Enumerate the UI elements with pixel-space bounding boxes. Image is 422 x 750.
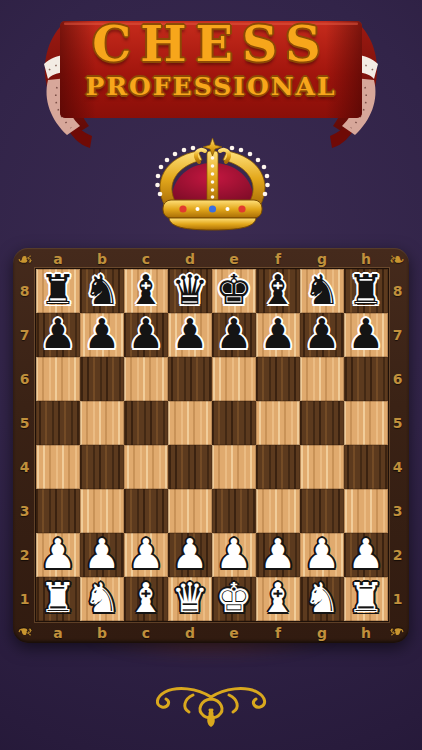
coord-label-6: 6 (386, 357, 409, 401)
coord-label-3: 3 (13, 489, 36, 533)
square-e4[interactable] (212, 445, 256, 489)
piece-black-pawn-b7[interactable]: ♟ (84, 314, 121, 355)
square-f3[interactable] (256, 489, 300, 533)
bottom-flourish-icon (149, 684, 273, 728)
banner-subtitle: PROFESSIONAL (37, 74, 385, 99)
piece-black-rook-a8[interactable]: ♜ (40, 270, 77, 311)
square-c2[interactable]: ♟ (124, 533, 168, 577)
square-a6[interactable] (36, 357, 80, 401)
corner-flourish-icon: ❧ (389, 622, 405, 641)
rank-labels-left: 87654321 (13, 269, 36, 621)
squares-grid: ♜♞♝♛♚♝♞♜♟♟♟♟♟♟♟♟♟♟♟♟♟♟♟♟♜♞♝♛♚♝♞♜ (36, 269, 388, 621)
square-b7[interactable]: ♟ (80, 313, 124, 357)
piece-white-pawn-f2[interactable]: ♟ (260, 534, 297, 575)
square-e7[interactable]: ♟ (212, 313, 256, 357)
corner-flourish-icon: ❧ (17, 250, 33, 269)
piece-white-rook-a1[interactable]: ♜ (40, 578, 77, 619)
square-c3[interactable] (124, 489, 168, 533)
piece-black-pawn-g7[interactable]: ♟ (304, 314, 341, 355)
square-d8[interactable]: ♛ (168, 269, 212, 313)
square-f1[interactable]: ♝ (256, 577, 300, 621)
banner-title: CHESS (37, 20, 385, 69)
coord-label-h: h (344, 622, 388, 643)
square-e8[interactable]: ♚ (212, 269, 256, 313)
square-h7[interactable]: ♟ (344, 313, 388, 357)
square-c5[interactable] (124, 401, 168, 445)
coord-label-8: 8 (13, 269, 36, 313)
coord-label-5: 5 (386, 401, 409, 445)
coord-label-b: b (80, 622, 124, 643)
square-g4[interactable] (300, 445, 344, 489)
piece-black-pawn-f7[interactable]: ♟ (260, 314, 297, 355)
square-d3[interactable] (168, 489, 212, 533)
rank-labels-right: 87654321 (386, 269, 409, 621)
piece-black-pawn-d7[interactable]: ♟ (172, 314, 209, 355)
piece-white-bishop-f1[interactable]: ♝ (260, 578, 297, 619)
coord-label-6: 6 (13, 357, 36, 401)
square-a1[interactable]: ♜ (36, 577, 80, 621)
piece-white-knight-b1[interactable]: ♞ (84, 578, 121, 619)
coord-label-1: 1 (13, 577, 36, 621)
square-f2[interactable]: ♟ (256, 533, 300, 577)
coord-label-e: e (212, 622, 256, 643)
square-d5[interactable] (168, 401, 212, 445)
coord-label-a: a (36, 622, 80, 643)
coord-label-4: 4 (386, 445, 409, 489)
square-b8[interactable]: ♞ (80, 269, 124, 313)
square-a8[interactable]: ♜ (36, 269, 80, 313)
piece-black-knight-b8[interactable]: ♞ (84, 270, 121, 311)
square-c4[interactable] (124, 445, 168, 489)
square-a2[interactable]: ♟ (36, 533, 80, 577)
square-d6[interactable] (168, 357, 212, 401)
square-f6[interactable] (256, 357, 300, 401)
piece-white-pawn-b2[interactable]: ♟ (84, 534, 121, 575)
square-b3[interactable] (80, 489, 124, 533)
square-d2[interactable]: ♟ (168, 533, 212, 577)
square-d4[interactable] (168, 445, 212, 489)
square-g5[interactable] (300, 401, 344, 445)
corner-flourish-icon: ❧ (17, 622, 33, 641)
coord-label-7: 7 (13, 313, 36, 357)
square-b2[interactable]: ♟ (80, 533, 124, 577)
crown-icon (149, 138, 276, 233)
coord-label-2: 2 (386, 533, 409, 577)
square-g6[interactable] (300, 357, 344, 401)
coord-label-8: 8 (386, 269, 409, 313)
square-e6[interactable] (212, 357, 256, 401)
chess-board: abcdefgh 87654321 87654321 abcdefgh ❧ ❧ … (13, 248, 409, 643)
piece-black-pawn-a7[interactable]: ♟ (40, 314, 77, 355)
square-e1[interactable]: ♚ (212, 577, 256, 621)
piece-black-queen-d8[interactable]: ♛ (172, 270, 209, 311)
piece-white-pawn-d2[interactable]: ♟ (172, 534, 209, 575)
square-f7[interactable]: ♟ (256, 313, 300, 357)
square-c7[interactable]: ♟ (124, 313, 168, 357)
piece-white-pawn-a2[interactable]: ♟ (40, 534, 77, 575)
piece-black-bishop-c8[interactable]: ♝ (128, 270, 165, 311)
file-labels-bottom: abcdefgh (36, 622, 388, 643)
square-g7[interactable]: ♟ (300, 313, 344, 357)
coord-label-1: 1 (386, 577, 409, 621)
square-g8[interactable]: ♞ (300, 269, 344, 313)
piece-black-pawn-c7[interactable]: ♟ (128, 314, 165, 355)
square-a3[interactable] (36, 489, 80, 533)
square-g3[interactable] (300, 489, 344, 533)
coord-label-f: f (256, 622, 300, 643)
square-d1[interactable]: ♛ (168, 577, 212, 621)
piece-white-king-e1[interactable]: ♚ (216, 578, 253, 619)
square-a7[interactable]: ♟ (36, 313, 80, 357)
coord-label-2: 2 (13, 533, 36, 577)
coord-label-d: d (168, 622, 212, 643)
square-e3[interactable] (212, 489, 256, 533)
square-e5[interactable] (212, 401, 256, 445)
square-h1[interactable]: ♜ (344, 577, 388, 621)
piece-black-bishop-f8[interactable]: ♝ (260, 270, 297, 311)
square-c6[interactable] (124, 357, 168, 401)
square-b1[interactable]: ♞ (80, 577, 124, 621)
square-b6[interactable] (80, 357, 124, 401)
piece-white-bishop-c1[interactable]: ♝ (128, 578, 165, 619)
piece-black-king-e8[interactable]: ♚ (216, 270, 253, 311)
ribbon-banner: CHESS PROFESSIONAL (37, 8, 385, 150)
square-d7[interactable]: ♟ (168, 313, 212, 357)
square-a4[interactable] (36, 445, 80, 489)
square-h8[interactable]: ♜ (344, 269, 388, 313)
piece-black-knight-g8[interactable]: ♞ (304, 270, 341, 311)
piece-white-queen-d1[interactable]: ♛ (172, 578, 209, 619)
coord-label-7: 7 (386, 313, 409, 357)
square-e2[interactable]: ♟ (212, 533, 256, 577)
square-h2[interactable]: ♟ (344, 533, 388, 577)
coord-label-3: 3 (386, 489, 409, 533)
square-b4[interactable] (80, 445, 124, 489)
piece-white-knight-g1[interactable]: ♞ (304, 578, 341, 619)
square-h4[interactable] (344, 445, 388, 489)
square-g2[interactable]: ♟ (300, 533, 344, 577)
piece-white-pawn-h2[interactable]: ♟ (348, 534, 385, 575)
piece-white-pawn-c2[interactable]: ♟ (128, 534, 165, 575)
piece-white-pawn-g2[interactable]: ♟ (304, 534, 341, 575)
square-g1[interactable]: ♞ (300, 577, 344, 621)
coord-label-5: 5 (13, 401, 36, 445)
square-h6[interactable] (344, 357, 388, 401)
coord-label-c: c (124, 622, 168, 643)
square-h5[interactable] (344, 401, 388, 445)
coord-label-g: g (300, 622, 344, 643)
piece-black-pawn-h7[interactable]: ♟ (348, 314, 385, 355)
piece-white-rook-h1[interactable]: ♜ (348, 578, 385, 619)
piece-black-pawn-e7[interactable]: ♟ (216, 314, 253, 355)
square-b5[interactable] (80, 401, 124, 445)
square-f4[interactable] (256, 445, 300, 489)
piece-white-pawn-e2[interactable]: ♟ (216, 534, 253, 575)
square-c1[interactable]: ♝ (124, 577, 168, 621)
square-h3[interactable] (344, 489, 388, 533)
app-screen: CHESS PROFESSIONAL (0, 0, 422, 750)
square-c8[interactable]: ♝ (124, 269, 168, 313)
corner-flourish-icon: ❧ (389, 250, 405, 269)
square-f5[interactable] (256, 401, 300, 445)
square-a5[interactable] (36, 401, 80, 445)
coord-label-4: 4 (13, 445, 36, 489)
piece-black-rook-h8[interactable]: ♜ (348, 270, 385, 311)
square-f8[interactable]: ♝ (256, 269, 300, 313)
